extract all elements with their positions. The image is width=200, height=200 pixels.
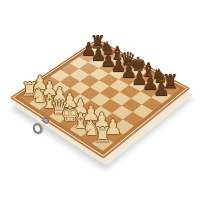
board-grid [20,44,181,150]
chess-board [10,39,191,159]
board-frame-inlay-line [12,41,187,157]
product-photo-stage: ♜♞♝♛♚♝♞♜♟♟♟♟♟♟♟♟♟♟♟♟♟♟♟♟♜♞♝♛♚♝♞♜ [0,0,200,200]
